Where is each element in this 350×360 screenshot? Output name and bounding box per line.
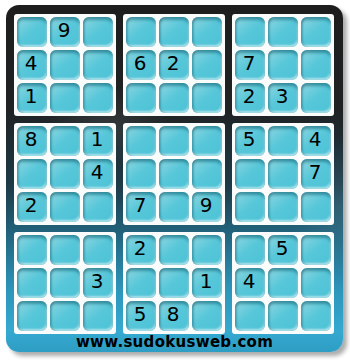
- cell-r1c2[interactable]: 9: [50, 17, 80, 47]
- cell-r6c6[interactable]: 9: [192, 192, 222, 222]
- cell-r5c6[interactable]: [192, 159, 222, 189]
- given-digit: 5: [134, 304, 147, 324]
- board-frame: 941627238142795473215854 www.sudokusweb.…: [6, 5, 343, 352]
- cell-r4c2[interactable]: [50, 126, 80, 156]
- block-1-3: 723: [232, 14, 334, 116]
- cell-r2c9[interactable]: [301, 50, 331, 80]
- cell-r1c1[interactable]: [17, 17, 47, 47]
- cell-r7c2[interactable]: [50, 235, 80, 265]
- given-digit: 4: [309, 129, 322, 149]
- given-digit: 3: [91, 271, 104, 291]
- cell-r9c5[interactable]: 8: [159, 301, 189, 331]
- cell-r6c5[interactable]: [159, 192, 189, 222]
- cell-r2c5[interactable]: 2: [159, 50, 189, 80]
- given-digit: 4: [25, 53, 38, 73]
- cell-r4c5[interactable]: [159, 126, 189, 156]
- given-digit: 7: [309, 162, 322, 182]
- cell-r9c6[interactable]: [192, 301, 222, 331]
- cell-r1c5[interactable]: [159, 17, 189, 47]
- cell-r3c3[interactable]: [83, 83, 113, 113]
- cell-r8c5[interactable]: [159, 268, 189, 298]
- given-digit: 5: [276, 238, 289, 258]
- cell-r1c9[interactable]: [301, 17, 331, 47]
- cell-r4c9[interactable]: 4: [301, 126, 331, 156]
- block-1-1: 941: [14, 14, 116, 116]
- cell-r5c4[interactable]: [126, 159, 156, 189]
- given-digit: 7: [134, 195, 147, 215]
- cell-r8c4[interactable]: [126, 268, 156, 298]
- cell-r3c6[interactable]: [192, 83, 222, 113]
- given-digit: 1: [91, 129, 104, 149]
- cell-r6c9[interactable]: [301, 192, 331, 222]
- cell-r9c2[interactable]: [50, 301, 80, 331]
- cell-r6c8[interactable]: [268, 192, 298, 222]
- cell-r3c1[interactable]: 1: [17, 83, 47, 113]
- cell-r2c1[interactable]: 4: [17, 50, 47, 80]
- given-digit: 2: [134, 238, 147, 258]
- cell-r9c1[interactable]: [17, 301, 47, 331]
- cell-r5c3[interactable]: 4: [83, 159, 113, 189]
- cell-r4c8[interactable]: [268, 126, 298, 156]
- cell-r8c7[interactable]: 4: [235, 268, 265, 298]
- cell-r8c3[interactable]: 3: [83, 268, 113, 298]
- cell-r9c8[interactable]: [268, 301, 298, 331]
- given-digit: 4: [243, 271, 256, 291]
- cell-r3c2[interactable]: [50, 83, 80, 113]
- cell-r7c6[interactable]: [192, 235, 222, 265]
- given-digit: 1: [25, 86, 38, 106]
- cell-r3c8[interactable]: 3: [268, 83, 298, 113]
- block-1-2: 62: [123, 14, 225, 116]
- cell-r1c7[interactable]: [235, 17, 265, 47]
- sudoku-board: 941627238142795473215854: [14, 14, 334, 334]
- cell-r5c1[interactable]: [17, 159, 47, 189]
- cell-r3c7[interactable]: 2: [235, 83, 265, 113]
- given-digit: 2: [167, 53, 180, 73]
- cell-r4c3[interactable]: 1: [83, 126, 113, 156]
- given-digit: 8: [167, 304, 180, 324]
- cell-r4c1[interactable]: 8: [17, 126, 47, 156]
- cell-r4c7[interactable]: 5: [235, 126, 265, 156]
- cell-r4c6[interactable]: [192, 126, 222, 156]
- cell-r7c5[interactable]: [159, 235, 189, 265]
- given-digit: 8: [25, 129, 38, 149]
- cell-r1c3[interactable]: [83, 17, 113, 47]
- cell-r3c4[interactable]: [126, 83, 156, 113]
- cell-r7c7[interactable]: [235, 235, 265, 265]
- block-2-3: 547: [232, 123, 334, 225]
- given-digit: 2: [25, 195, 38, 215]
- cell-r3c5[interactable]: [159, 83, 189, 113]
- cell-r7c1[interactable]: [17, 235, 47, 265]
- cell-r8c1[interactable]: [17, 268, 47, 298]
- cell-r8c9[interactable]: [301, 268, 331, 298]
- block-3-2: 2158: [123, 232, 225, 334]
- cell-r9c9[interactable]: [301, 301, 331, 331]
- cell-r1c4[interactable]: [126, 17, 156, 47]
- cell-r1c6[interactable]: [192, 17, 222, 47]
- given-digit: 7: [243, 53, 256, 73]
- cell-r9c4[interactable]: 5: [126, 301, 156, 331]
- cell-r6c2[interactable]: [50, 192, 80, 222]
- cell-r2c7[interactable]: 7: [235, 50, 265, 80]
- cell-r5c9[interactable]: 7: [301, 159, 331, 189]
- cell-r9c7[interactable]: [235, 301, 265, 331]
- given-digit: 9: [200, 195, 213, 215]
- cell-r5c8[interactable]: [268, 159, 298, 189]
- cell-r6c1[interactable]: 2: [17, 192, 47, 222]
- site-link[interactable]: www.sudokusweb.com: [6, 333, 343, 350]
- cell-r7c3[interactable]: [83, 235, 113, 265]
- cell-r6c3[interactable]: [83, 192, 113, 222]
- cell-r7c8[interactable]: 5: [268, 235, 298, 265]
- cell-r5c7[interactable]: [235, 159, 265, 189]
- block-3-1: 3: [14, 232, 116, 334]
- cell-r6c4[interactable]: 7: [126, 192, 156, 222]
- cell-r6c7[interactable]: [235, 192, 265, 222]
- given-digit: 4: [91, 162, 104, 182]
- cell-r2c8[interactable]: [268, 50, 298, 80]
- cell-r5c2[interactable]: [50, 159, 80, 189]
- cell-r5c5[interactable]: [159, 159, 189, 189]
- cell-r2c2[interactable]: [50, 50, 80, 80]
- given-digit: 9: [58, 20, 71, 40]
- given-digit: 5: [243, 129, 256, 149]
- block-3-3: 54: [232, 232, 334, 334]
- given-digit: 1: [200, 271, 213, 291]
- cell-r1c8[interactable]: [268, 17, 298, 47]
- cell-r3c9[interactable]: [301, 83, 331, 113]
- given-digit: 6: [134, 53, 147, 73]
- cell-r7c9[interactable]: [301, 235, 331, 265]
- cell-r2c4[interactable]: 6: [126, 50, 156, 80]
- cell-r9c3[interactable]: [83, 301, 113, 331]
- cell-r2c3[interactable]: [83, 50, 113, 80]
- given-digit: 3: [276, 86, 289, 106]
- cell-r8c8[interactable]: [268, 268, 298, 298]
- cell-r2c6[interactable]: [192, 50, 222, 80]
- cell-r7c4[interactable]: 2: [126, 235, 156, 265]
- cell-r8c2[interactable]: [50, 268, 80, 298]
- block-2-1: 8142: [14, 123, 116, 225]
- cell-r8c6[interactable]: 1: [192, 268, 222, 298]
- block-2-2: 79: [123, 123, 225, 225]
- cell-r4c4[interactable]: [126, 126, 156, 156]
- given-digit: 2: [243, 86, 256, 106]
